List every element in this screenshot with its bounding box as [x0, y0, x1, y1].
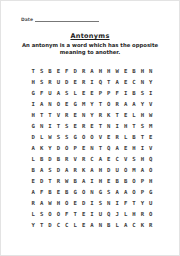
grid-cell[interactable]: R	[113, 98, 121, 109]
date-blank-line[interactable]	[35, 16, 99, 22]
grid-cell[interactable]: I	[113, 198, 121, 209]
grid-cell[interactable]: T	[130, 198, 138, 209]
grid-cell[interactable]: I	[88, 176, 96, 187]
grid-cell[interactable]: A	[63, 165, 71, 176]
grid-cell[interactable]: B	[29, 165, 37, 176]
grid-cell[interactable]: B	[46, 65, 54, 76]
grid-cell[interactable]: U	[147, 198, 155, 209]
grid-cell[interactable]: Y	[138, 198, 146, 209]
grid-cell[interactable]: T	[29, 65, 37, 76]
grid-cell[interactable]: S	[96, 198, 104, 209]
grid-cell[interactable]: T	[105, 76, 113, 87]
grid-cell[interactable]: S	[63, 120, 71, 131]
grid-cell[interactable]: A	[37, 98, 45, 109]
grid-cell[interactable]: R	[54, 176, 62, 187]
grid-cell[interactable]: W	[63, 176, 71, 187]
grid-cell[interactable]: W	[46, 198, 54, 209]
grid-cell[interactable]: M	[130, 165, 138, 176]
grid-cell[interactable]: R	[79, 76, 87, 87]
grid-cell[interactable]: F	[121, 198, 129, 209]
grid-cell[interactable]: B	[71, 176, 79, 187]
grid-cell[interactable]: E	[121, 76, 129, 87]
grid-cell[interactable]: S	[63, 131, 71, 142]
grid-cell[interactable]: R	[138, 209, 146, 220]
grid-cell[interactable]: F	[63, 209, 71, 220]
grid-cell[interactable]: N	[79, 109, 87, 120]
grid-cell[interactable]: B	[63, 187, 71, 198]
grid-cell[interactable]: W	[113, 65, 121, 76]
grid-cell[interactable]: O	[54, 98, 62, 109]
grid-cell[interactable]: T	[54, 120, 62, 131]
grid-cell[interactable]: S	[138, 120, 146, 131]
grid-cell[interactable]: E	[79, 209, 87, 220]
grid-cell[interactable]: S	[105, 187, 113, 198]
grid-cell[interactable]: E	[79, 220, 87, 231]
grid-cell[interactable]: S	[138, 87, 146, 98]
grid-cell[interactable]: A	[113, 76, 121, 87]
grid-cell[interactable]: G	[147, 187, 155, 198]
grid-cell[interactable]: N	[96, 220, 104, 231]
grid-cell[interactable]: N	[46, 98, 54, 109]
grid-cell[interactable]: E	[105, 131, 113, 142]
grid-cell[interactable]: A	[113, 142, 121, 153]
grid-cell[interactable]: F	[37, 187, 45, 198]
grid-cell[interactable]: L	[121, 131, 129, 142]
grid-cell[interactable]: N	[105, 120, 113, 131]
grid-cell[interactable]: L	[71, 87, 79, 98]
grid-cell[interactable]: S	[37, 76, 45, 87]
grid-cell[interactable]: Y	[46, 142, 54, 153]
grid-cell[interactable]: K	[138, 220, 146, 231]
definition-line-1: An antonym is a word which has the oppos…	[1, 42, 179, 49]
grid-cell[interactable]: V	[71, 154, 79, 165]
grid-cell[interactable]: G	[29, 87, 37, 98]
grid-cell[interactable]: H	[96, 65, 104, 76]
grid-cell[interactable]: E	[71, 109, 79, 120]
worksheet-title: Antonyms	[1, 32, 179, 40]
grid-cell[interactable]: E	[79, 142, 87, 153]
worksheet-page: Date Antonyms An antonym is a word which…	[0, 0, 180, 256]
grid-cell[interactable]: A	[29, 142, 37, 153]
grid-cell[interactable]: R	[71, 165, 79, 176]
date-label: Date	[21, 17, 33, 22]
grid-cell[interactable]: D	[54, 142, 62, 153]
grid-cell[interactable]: P	[96, 87, 104, 98]
grid-cell[interactable]: E	[79, 87, 87, 98]
grid-cell[interactable]: K	[105, 109, 113, 120]
grid-cell[interactable]: A	[88, 220, 96, 231]
grid-cell[interactable]: O	[147, 165, 155, 176]
grid-cell[interactable]: N	[88, 142, 96, 153]
grid-cell[interactable]: Q	[96, 76, 104, 87]
grid-cell[interactable]: P	[105, 87, 113, 98]
grid-cell[interactable]: S	[37, 209, 45, 220]
grid-cell[interactable]: S	[37, 65, 45, 76]
grid-cell[interactable]: R	[29, 198, 37, 209]
grid-cell[interactable]: Q	[147, 154, 155, 165]
grid-cell[interactable]: D	[54, 165, 62, 176]
grid-cell[interactable]: T	[37, 109, 45, 120]
grid-cell[interactable]: Y	[88, 109, 96, 120]
grid-cell[interactable]: T	[46, 109, 54, 120]
grid-cell[interactable]: T	[130, 120, 138, 131]
grid-cell[interactable]: U	[54, 76, 62, 87]
word-search-grid: TSBEFDRAHHWEBHNHSRUDERIQTAECNYGFUASLEEPP…	[29, 65, 155, 231]
grid-cell[interactable]: B	[130, 131, 138, 142]
grid-cell[interactable]: A	[96, 154, 104, 165]
grid-cell[interactable]: L	[121, 209, 129, 220]
grid-cell[interactable]: E	[121, 142, 129, 153]
grid-cell[interactable]: O	[147, 209, 155, 220]
grid-cell[interactable]: O	[63, 198, 71, 209]
grid-cell[interactable]: E	[71, 120, 79, 131]
grid-cell[interactable]: L	[29, 154, 37, 165]
grid-cell[interactable]: H	[138, 65, 146, 76]
grid-cell[interactable]: P	[138, 187, 146, 198]
grid-cell[interactable]: A	[113, 187, 121, 198]
grid-cell[interactable]: R	[113, 131, 121, 142]
grid-cell[interactable]: C	[54, 220, 62, 231]
date-row: Date	[21, 16, 99, 22]
grid-cell[interactable]: H	[138, 109, 146, 120]
grid-cell[interactable]: T	[46, 176, 54, 187]
grid-cell[interactable]: A	[37, 198, 45, 209]
definition-line-2: meaning to another.	[1, 49, 179, 56]
grid-cell[interactable]: E	[63, 98, 71, 109]
grid-cell[interactable]: A	[88, 65, 96, 76]
grid-cell[interactable]: L	[29, 209, 37, 220]
grid-cell[interactable]: D	[63, 76, 71, 87]
grid-cell[interactable]: C	[130, 76, 138, 87]
grid-cell[interactable]: F	[63, 65, 71, 76]
grid-cell[interactable]: E	[88, 120, 96, 131]
grid-cell[interactable]: D	[79, 198, 87, 209]
grid-cell[interactable]: T	[96, 98, 104, 109]
grid-cell[interactable]: T	[138, 131, 146, 142]
grid-cell[interactable]: A	[121, 187, 129, 198]
grid-cell[interactable]: D	[46, 154, 54, 165]
grid-cell[interactable]: O	[46, 209, 54, 220]
grid-cell[interactable]: D	[29, 131, 37, 142]
grid-cell[interactable]: I	[121, 87, 129, 98]
grid-cell[interactable]: I	[29, 98, 37, 109]
grid-cell[interactable]: R	[79, 154, 87, 165]
grid-cell[interactable]: O	[105, 98, 113, 109]
grid-cell[interactable]: J	[113, 209, 121, 220]
grid-cell[interactable]: S	[63, 87, 71, 98]
grid-cell[interactable]: B	[121, 176, 129, 187]
grid-cell[interactable]: L	[113, 220, 121, 231]
grid-cell[interactable]: Y	[29, 220, 37, 231]
grid-cell[interactable]: A	[29, 187, 37, 198]
grid-cell[interactable]: T	[71, 209, 79, 220]
grid-cell[interactable]: D	[71, 65, 79, 76]
grid-cell[interactable]: U	[113, 165, 121, 176]
grid-cell[interactable]: B	[46, 187, 54, 198]
grid-cell[interactable]: H	[105, 65, 113, 76]
grid-cell[interactable]: D	[37, 176, 45, 187]
grid-cell[interactable]: T	[96, 120, 104, 131]
grid-cell[interactable]: V	[54, 109, 62, 120]
grid-cell[interactable]: W	[46, 131, 54, 142]
grid-cell[interactable]: T	[37, 220, 45, 231]
grid-cell[interactable]: N	[147, 65, 155, 76]
grid-cell[interactable]: M	[147, 120, 155, 131]
grid-cell[interactable]: A	[130, 98, 138, 109]
grid-cell[interactable]: H	[54, 198, 62, 209]
grid-cell[interactable]: G	[71, 187, 79, 198]
grid-cell[interactable]: Y	[138, 98, 146, 109]
grid-cell[interactable]: R	[147, 220, 155, 231]
grid-cell[interactable]: N	[37, 120, 45, 131]
grid-cell[interactable]: R	[63, 109, 71, 120]
grid-cell[interactable]: B	[113, 176, 121, 187]
grid-cell[interactable]: R	[46, 76, 54, 87]
grid-cell[interactable]: N	[138, 76, 146, 87]
grid-cell[interactable]: I	[147, 87, 155, 98]
grid-cell[interactable]: H	[138, 154, 146, 165]
grid-cell[interactable]: F	[37, 87, 45, 98]
grid-cell[interactable]: H	[147, 176, 155, 187]
grid-cell[interactable]: S	[46, 165, 54, 176]
grid-cell[interactable]: R	[79, 120, 87, 131]
grid-cell[interactable]: A	[54, 87, 62, 98]
grid-cell[interactable]: R	[96, 109, 104, 120]
grid-cell[interactable]: V	[147, 142, 155, 153]
grid-cell[interactable]: K	[37, 142, 45, 153]
grid-cell[interactable]: S	[130, 154, 138, 165]
grid-cell[interactable]: H	[121, 120, 129, 131]
grid-cell[interactable]: B	[130, 87, 138, 98]
grid-cell[interactable]: O	[121, 165, 129, 176]
grid-cell[interactable]: N	[88, 187, 96, 198]
grid-cell[interactable]: L	[71, 220, 79, 231]
grid-cell[interactable]: B	[105, 220, 113, 231]
grid-cell[interactable]: I	[88, 209, 96, 220]
grid-cell[interactable]: O	[130, 176, 138, 187]
grid-cell[interactable]: H	[96, 165, 104, 176]
grid-cell[interactable]: E	[29, 176, 37, 187]
grid-cell[interactable]: C	[63, 220, 71, 231]
grid-cell[interactable]: T	[96, 142, 104, 153]
grid-cell[interactable]: E	[54, 187, 62, 198]
grid-cell[interactable]: I	[88, 76, 96, 87]
grid-cell[interactable]: O	[130, 187, 138, 198]
grid-cell[interactable]: I	[138, 142, 146, 153]
grid-cell[interactable]: Y	[88, 98, 96, 109]
grid-cell[interactable]: A	[138, 165, 146, 176]
grid-cell[interactable]: V	[121, 154, 129, 165]
grid-cell[interactable]: P	[138, 176, 146, 187]
grid-cell[interactable]: D	[105, 165, 113, 176]
grid-cell[interactable]: O	[79, 187, 87, 198]
grid-cell[interactable]: E	[88, 87, 96, 98]
grid-cell[interactable]: D	[46, 220, 54, 231]
grid-cell[interactable]: K	[79, 165, 87, 176]
grid-cell[interactable]: M	[79, 98, 87, 109]
grid-cell[interactable]: E	[147, 131, 155, 142]
grid-cell[interactable]: O	[88, 131, 96, 142]
grid-cell[interactable]: I	[88, 198, 96, 209]
grid-cell[interactable]: B	[54, 154, 62, 165]
grid-cell[interactable]: A	[121, 98, 129, 109]
grid-cell[interactable]: O	[79, 131, 87, 142]
grid-cell[interactable]: B	[37, 154, 45, 165]
grid-cell[interactable]: H	[130, 142, 138, 153]
grid-cell[interactable]: L	[37, 131, 45, 142]
grid-cell[interactable]: V	[147, 98, 155, 109]
grid-cell[interactable]: L	[130, 109, 138, 120]
grid-cell[interactable]: C	[130, 220, 138, 231]
grid-cell[interactable]: O	[63, 142, 71, 153]
grid-cell[interactable]: I	[113, 120, 121, 131]
grid-cell[interactable]: V	[96, 131, 104, 142]
grid-cell[interactable]: E	[121, 109, 129, 120]
grid-cell[interactable]: G	[29, 120, 37, 131]
grid-cell[interactable]: E	[71, 76, 79, 87]
grid-cell[interactable]: O	[54, 209, 62, 220]
grid-cell[interactable]: E	[105, 154, 113, 165]
grid-cell[interactable]: W	[147, 109, 155, 120]
grid-cell[interactable]: R	[63, 154, 71, 165]
grid-cell[interactable]: Q	[105, 142, 113, 153]
grid-cell[interactable]: A	[121, 220, 129, 231]
grid-cell[interactable]: Y	[147, 76, 155, 87]
grid-cell[interactable]: G	[71, 98, 79, 109]
grid-cell[interactable]: E	[54, 65, 62, 76]
grid-cell[interactable]: U	[96, 209, 104, 220]
grid-cell[interactable]: P	[71, 142, 79, 153]
grid-cell[interactable]: C	[113, 154, 121, 165]
grid-cell[interactable]: A	[88, 165, 96, 176]
antonym-definition: An antonym is a word which has the oppos…	[1, 42, 179, 56]
grid-cell[interactable]: R	[79, 65, 87, 76]
grid-cell[interactable]: E	[105, 176, 113, 187]
grid-cell[interactable]: T	[113, 109, 121, 120]
grid-cell[interactable]: H	[29, 76, 37, 87]
grid-cell[interactable]: S	[54, 131, 62, 142]
grid-cell[interactable]: H	[130, 209, 138, 220]
grid-cell[interactable]: C	[88, 154, 96, 165]
grid-cell[interactable]: A	[37, 165, 45, 176]
grid-cell[interactable]: U	[46, 87, 54, 98]
grid-cell[interactable]: I	[46, 120, 54, 131]
grid-cell[interactable]: N	[105, 198, 113, 209]
grid-cell[interactable]: H	[96, 176, 104, 187]
grid-cell[interactable]: E	[71, 198, 79, 209]
grid-cell[interactable]: A	[79, 176, 87, 187]
grid-cell[interactable]: Q	[105, 209, 113, 220]
grid-cell[interactable]: B	[130, 65, 138, 76]
grid-cell[interactable]: H	[29, 109, 37, 120]
grid-cell[interactable]: G	[71, 131, 79, 142]
grid-cell[interactable]: F	[113, 87, 121, 98]
grid-cell[interactable]: E	[121, 65, 129, 76]
grid-cell[interactable]: G	[96, 187, 104, 198]
